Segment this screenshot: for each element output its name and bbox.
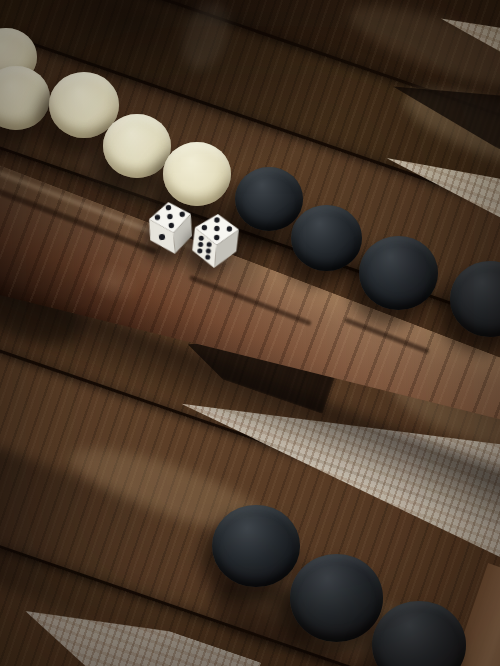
checker-black[interactable] (290, 554, 383, 641)
checker-black[interactable] (359, 236, 438, 310)
checker-black[interactable] (291, 205, 362, 272)
backgammon-board-photo (0, 0, 500, 666)
checker-black[interactable] (235, 167, 303, 231)
checker-black[interactable] (372, 601, 466, 666)
die-right-graphic (189, 208, 243, 273)
checkers-layer (0, 0, 500, 666)
checker-white[interactable] (103, 114, 171, 178)
die-right[interactable] (189, 208, 243, 273)
checker-black[interactable] (212, 505, 300, 588)
checker-black[interactable] (450, 261, 500, 336)
checker-white[interactable] (0, 66, 50, 130)
